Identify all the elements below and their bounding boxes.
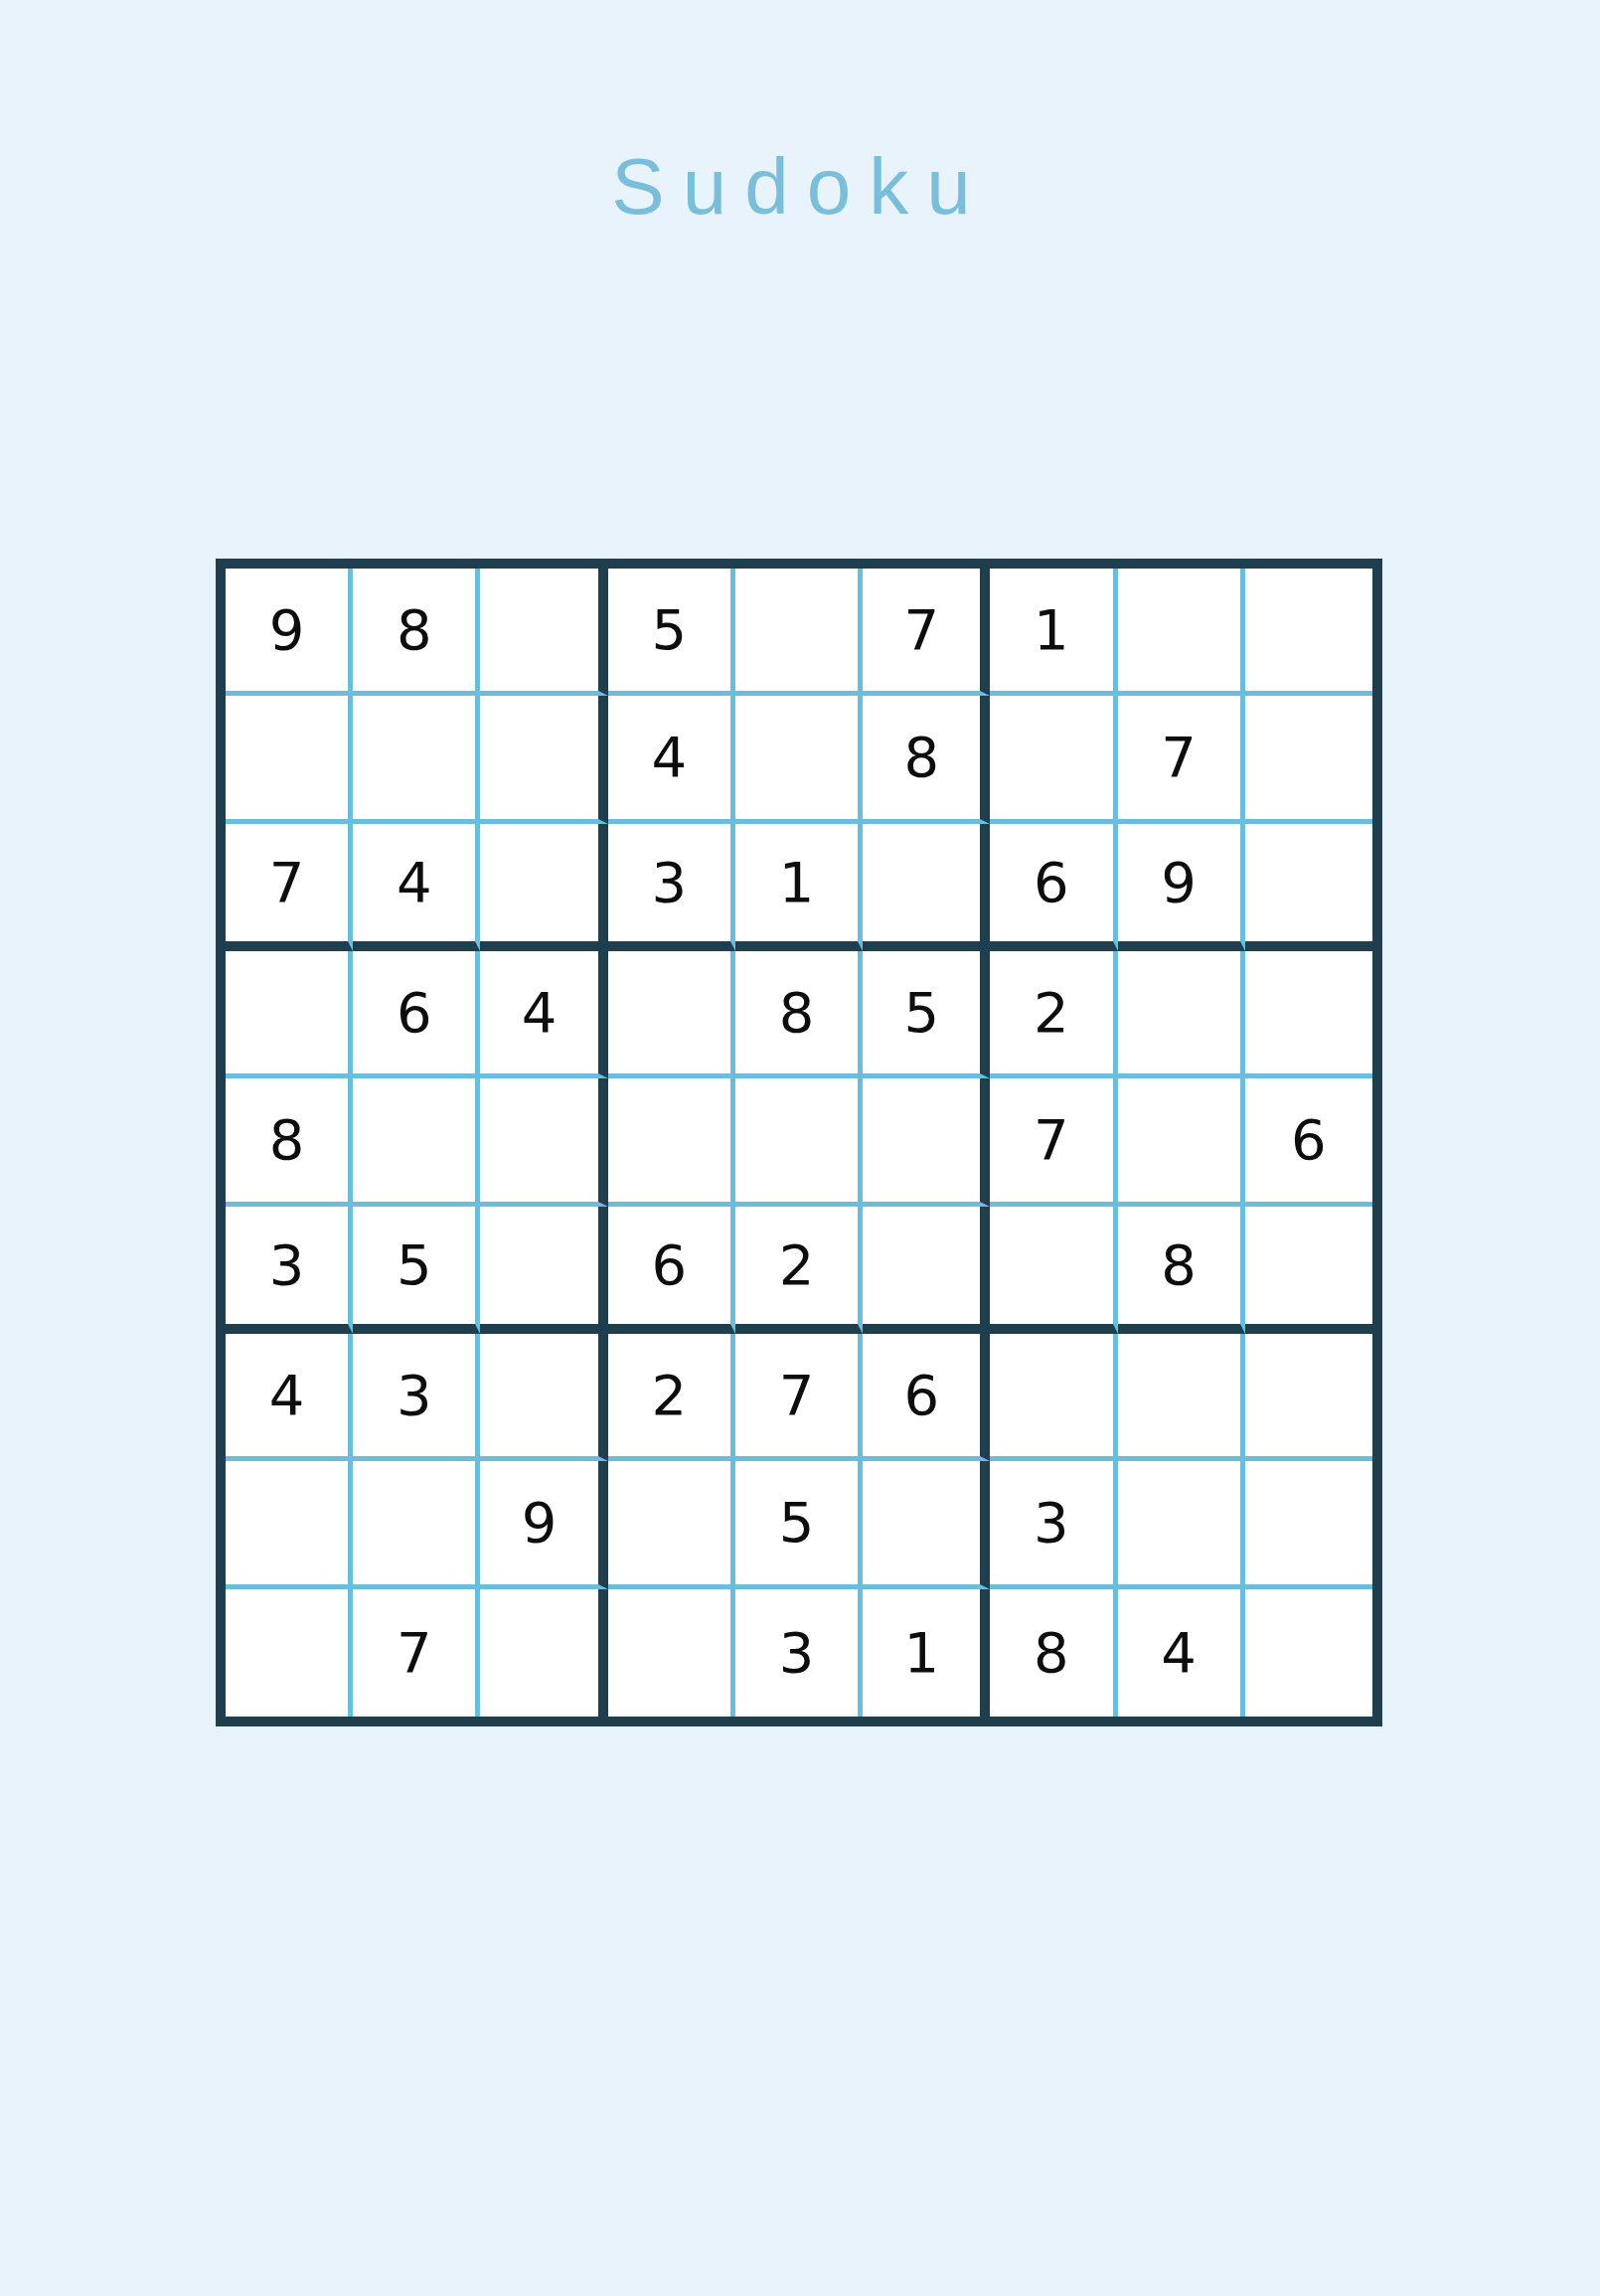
cell-r7c9-empty[interactable] [1245,1334,1372,1461]
cell-r6c1-given[interactable]: 3 [226,1207,353,1334]
cell-r4c4-empty[interactable] [608,951,735,1078]
cell-r2c3-empty[interactable] [480,696,607,823]
cell-r9c3-empty[interactable] [480,1589,607,1717]
cell-r8c2-empty[interactable] [353,1461,480,1588]
cell-r9c5-given[interactable]: 3 [735,1589,863,1717]
cell-r5c3-empty[interactable] [480,1078,607,1206]
cell-r6c6-empty[interactable] [863,1207,990,1334]
cell-r2c8-given[interactable]: 7 [1118,696,1245,823]
cell-r8c5-given[interactable]: 5 [735,1461,863,1588]
cell-r8c8-empty[interactable] [1118,1461,1245,1588]
cell-r7c6-given[interactable]: 6 [863,1334,990,1461]
cell-r7c7-empty[interactable] [990,1334,1117,1461]
cell-r1c1-given[interactable]: 9 [226,569,353,696]
cell-r6c7-empty[interactable] [990,1207,1117,1334]
cell-r9c6-given[interactable]: 1 [863,1589,990,1717]
cell-r3c2-given[interactable]: 4 [353,824,480,951]
cell-r7c1-given[interactable]: 4 [226,1334,353,1461]
cell-r3c3-empty[interactable] [480,824,607,951]
cell-r4c8-empty[interactable] [1118,951,1245,1078]
cell-r4c9-empty[interactable] [1245,951,1372,1078]
cell-r1c7-given[interactable]: 1 [990,569,1117,696]
cell-r3c6-empty[interactable] [863,824,990,951]
cell-r1c5-empty[interactable] [735,569,863,696]
cell-r4c1-empty[interactable] [226,951,353,1078]
cell-r7c2-given[interactable]: 3 [353,1334,480,1461]
cell-r5c7-given[interactable]: 7 [990,1078,1117,1206]
cell-r5c5-empty[interactable] [735,1078,863,1206]
cell-r1c2-given[interactable]: 8 [353,569,480,696]
cell-r2c9-empty[interactable] [1245,696,1372,823]
cell-r6c4-given[interactable]: 6 [608,1207,735,1334]
cell-r8c3-given[interactable]: 9 [480,1461,607,1588]
cell-r5c4-empty[interactable] [608,1078,735,1206]
cell-r8c1-empty[interactable] [226,1461,353,1588]
cell-r8c7-given[interactable]: 3 [990,1461,1117,1588]
cell-r6c8-given[interactable]: 8 [1118,1207,1245,1334]
cell-r8c9-empty[interactable] [1245,1461,1372,1588]
cell-r7c5-given[interactable]: 7 [735,1334,863,1461]
cell-r3c5-given[interactable]: 1 [735,824,863,951]
cell-r1c8-empty[interactable] [1118,569,1245,696]
cell-r5c9-given[interactable]: 6 [1245,1078,1372,1206]
cell-r6c3-empty[interactable] [480,1207,607,1334]
cell-r5c2-empty[interactable] [353,1078,480,1206]
cell-r3c8-given[interactable]: 9 [1118,824,1245,951]
cell-r2c2-empty[interactable] [353,696,480,823]
cell-r1c3-empty[interactable] [480,569,607,696]
cell-r6c5-given[interactable]: 2 [735,1207,863,1334]
cell-r6c2-given[interactable]: 5 [353,1207,480,1334]
cell-r7c3-empty[interactable] [480,1334,607,1461]
cell-r5c1-given[interactable]: 8 [226,1078,353,1206]
cell-r2c6-given[interactable]: 8 [863,696,990,823]
cell-r1c6-given[interactable]: 7 [863,569,990,696]
cell-r8c6-empty[interactable] [863,1461,990,1588]
cell-r4c2-given[interactable]: 6 [353,951,480,1078]
cell-r7c4-given[interactable]: 2 [608,1334,735,1461]
cell-r4c7-given[interactable]: 2 [990,951,1117,1078]
board: 9857148774316964852876356284327695373184 [216,559,1382,1726]
cell-r4c6-given[interactable]: 5 [863,951,990,1078]
cell-r2c4-given[interactable]: 4 [608,696,735,823]
cell-r9c4-empty[interactable] [608,1589,735,1717]
page-title: Sudoku [0,139,1600,235]
cell-r2c1-empty[interactable] [226,696,353,823]
cell-r5c8-empty[interactable] [1118,1078,1245,1206]
cell-r9c2-given[interactable]: 7 [353,1589,480,1717]
cell-r3c4-given[interactable]: 3 [608,824,735,951]
cell-r3c1-given[interactable]: 7 [226,824,353,951]
cell-r3c9-empty[interactable] [1245,824,1372,951]
cell-r4c5-given[interactable]: 8 [735,951,863,1078]
cell-r9c9-empty[interactable] [1245,1589,1372,1717]
cell-r9c7-given[interactable]: 8 [990,1589,1117,1717]
cell-r9c8-given[interactable]: 4 [1118,1589,1245,1717]
cell-r2c5-empty[interactable] [735,696,863,823]
cell-r8c4-empty[interactable] [608,1461,735,1588]
cell-r9c1-empty[interactable] [226,1589,353,1717]
cell-r4c3-given[interactable]: 4 [480,951,607,1078]
cell-r5c6-empty[interactable] [863,1078,990,1206]
cell-r7c8-empty[interactable] [1118,1334,1245,1461]
cell-r3c7-given[interactable]: 6 [990,824,1117,951]
cell-r6c9-empty[interactable] [1245,1207,1372,1334]
cell-r1c4-given[interactable]: 5 [608,569,735,696]
cell-r2c7-empty[interactable] [990,696,1117,823]
cell-r1c9-empty[interactable] [1245,569,1372,696]
